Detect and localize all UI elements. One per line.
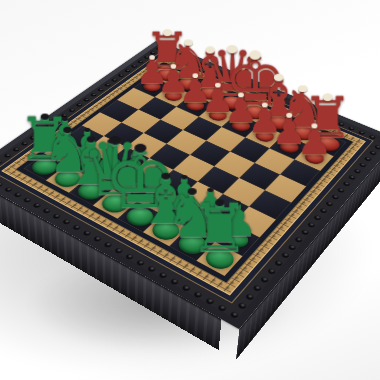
stud-band: ♜♞♝♛♚♝♞♜♟♟♟♟♟♟♟♟♟♟♟♟♟♟♟♟♜♞♝♛♚♝♞♜ — [0, 45, 380, 320]
chess-box: ♜♞♝♛♚♝♞♜♟♟♟♟♟♟♟♟♟♟♟♟♟♟♟♟♜♞♝♛♚♝♞♜ — [0, 40, 380, 329]
photo-background: ♜♞♝♛♚♝♞♜♟♟♟♟♟♟♟♟♟♟♟♟♟♟♟♟♜♞♝♛♚♝♞♜ — [0, 0, 380, 380]
square-h1[interactable]: ♜ — [196, 242, 242, 276]
scene: ♜♞♝♛♚♝♞♜♟♟♟♟♟♟♟♟♟♟♟♟♟♟♟♟♜♞♝♛♚♝♞♜ — [0, 0, 380, 380]
rook-glyph: ♜ — [189, 194, 249, 261]
pawn-glyph: ♟ — [296, 120, 332, 160]
carved-wood-rim: ♜♞♝♛♚♝♞♜♟♟♟♟♟♟♟♟♟♟♟♟♟♟♟♟♜♞♝♛♚♝♞♜ — [0, 40, 380, 329]
outer-border-band: ♜♞♝♛♚♝♞♜♟♟♟♟♟♟♟♟♟♟♟♟♟♟♟♟♜♞♝♛♚♝♞♜ — [0, 52, 374, 303]
square-e5[interactable] — [190, 141, 230, 167]
